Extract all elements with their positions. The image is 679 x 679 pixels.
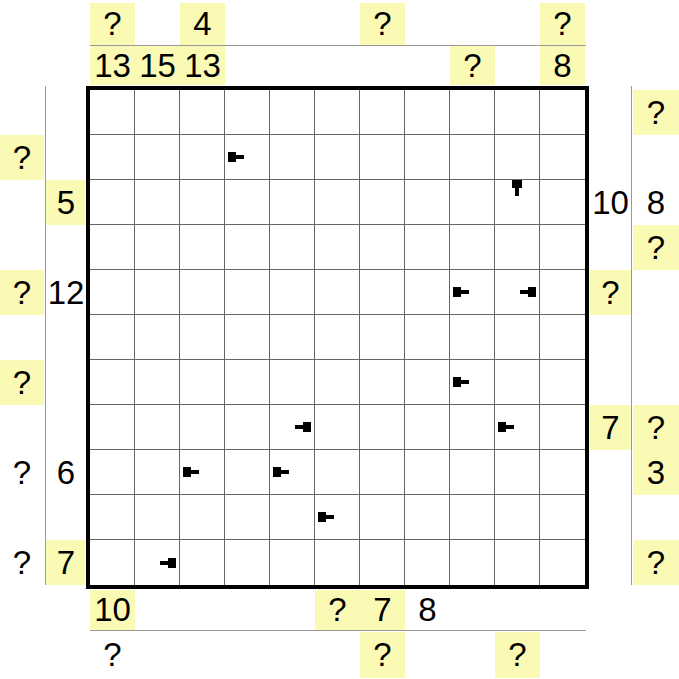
grid-cell-r1c4[interactable] <box>225 90 270 135</box>
grid-cell-r5c5[interactable] <box>270 270 315 315</box>
clue-left-outer-11: ? <box>0 540 44 585</box>
grid-cell-r3c8[interactable] <box>405 180 450 225</box>
clue-top-inner-9: ? <box>450 46 495 85</box>
arrow-left-icon <box>227 151 245 163</box>
arrow-left-icon <box>272 466 290 478</box>
grid-cell-r3c2[interactable] <box>135 180 180 225</box>
clue-right-inner-3: 10 <box>590 180 631 225</box>
grid-cell-r8c1[interactable] <box>90 405 135 450</box>
grid-cell-r2c3[interactable] <box>180 135 225 180</box>
grid-cell-r10c10[interactable] <box>495 495 540 540</box>
grid-cell-r10c11[interactable] <box>540 495 585 540</box>
puzzle-board <box>86 86 589 589</box>
grid-cell-r1c6[interactable] <box>315 90 360 135</box>
grid-cell-r9c6[interactable] <box>315 450 360 495</box>
grid-cell-r3c4[interactable] <box>225 180 270 225</box>
clue-top-inner-3: 13 <box>180 46 225 85</box>
grid-cell-r11c6[interactable] <box>315 540 360 585</box>
clue-top-outer-7: ? <box>360 3 405 45</box>
grid-cell-r5c3[interactable] <box>180 270 225 315</box>
grid-cell-r6c5[interactable] <box>270 315 315 360</box>
separator-line-left <box>45 86 46 585</box>
grid-cell-r7c1[interactable] <box>90 360 135 405</box>
clue-left-inner-9: 6 <box>46 450 86 495</box>
grid-cell-r3c7[interactable] <box>360 180 405 225</box>
clue-right-outer-3: 8 <box>633 180 679 225</box>
grid-cell-r5c4[interactable] <box>225 270 270 315</box>
clue-left-outer-2: ? <box>0 135 44 180</box>
grid-cell-r3c5[interactable] <box>270 180 315 225</box>
grid-cell-r2c11[interactable] <box>540 135 585 180</box>
grid-cell-r10c2[interactable] <box>135 495 180 540</box>
grid-cell-r7c9[interactable] <box>450 360 495 405</box>
grid-cell-r1c11[interactable] <box>540 90 585 135</box>
grid-cell-r10c7[interactable] <box>360 495 405 540</box>
clue-left-inner-3: 5 <box>46 180 86 225</box>
grid-cell-r4c2[interactable] <box>135 225 180 270</box>
arrow-up-icon <box>508 182 526 194</box>
grid-cell-r7c4[interactable] <box>225 360 270 405</box>
grid-cell-r9c1[interactable] <box>90 450 135 495</box>
grid-cell-r10c5[interactable] <box>270 495 315 540</box>
grid-cell-r1c9[interactable] <box>450 90 495 135</box>
grid-cell-r8c7[interactable] <box>360 405 405 450</box>
grid-cell-r7c11[interactable] <box>540 360 585 405</box>
arrow-left-icon <box>452 286 470 298</box>
grid-cell-r6c10[interactable] <box>495 315 540 360</box>
grid-cell-r11c3[interactable] <box>180 540 225 585</box>
grid-cell-r11c5[interactable] <box>270 540 315 585</box>
clue-left-outer-9: ? <box>0 450 44 495</box>
clue-right-outer-4: ? <box>633 225 679 270</box>
clue-left-outer-5: ? <box>0 270 44 315</box>
grid-cell-r6c11[interactable] <box>540 315 585 360</box>
grid-cell-r2c4[interactable] <box>225 135 270 180</box>
grid-cell-r6c8[interactable] <box>405 315 450 360</box>
grid-cell-r4c8[interactable] <box>405 225 450 270</box>
grid-cell-r3c10[interactable] <box>495 180 540 225</box>
grid-cell-r5c10[interactable] <box>495 270 540 315</box>
grid-cell-r8c6[interactable] <box>315 405 360 450</box>
clue-top-outer-1: ? <box>90 3 135 45</box>
grid-cell-r11c2[interactable] <box>135 540 180 585</box>
grid-cell-r11c10[interactable] <box>495 540 540 585</box>
grid-cell-r6c7[interactable] <box>360 315 405 360</box>
grid-cell-r8c8[interactable] <box>405 405 450 450</box>
grid-cell-r1c7[interactable] <box>360 90 405 135</box>
grid-cell-r1c3[interactable] <box>180 90 225 135</box>
grid-cell-r4c5[interactable] <box>270 225 315 270</box>
clue-bottom-outer-1: ? <box>90 632 135 678</box>
clue-top-outer-11: ? <box>540 3 585 45</box>
grid-cell-r2c6[interactable] <box>315 135 360 180</box>
clue-bottom-inner-1: 10 <box>90 590 135 630</box>
grid-cell-r4c7[interactable] <box>360 225 405 270</box>
clue-right-outer-9: 3 <box>633 450 679 495</box>
grid-cell-r2c9[interactable] <box>450 135 495 180</box>
grid-cell-r4c4[interactable] <box>225 225 270 270</box>
clue-left-outer-7: ? <box>0 360 44 405</box>
grid-cell-r9c9[interactable] <box>450 450 495 495</box>
grid-cell-r2c7[interactable] <box>360 135 405 180</box>
clue-top-inner-11: 8 <box>540 46 585 85</box>
grid-cell-r11c11[interactable] <box>540 540 585 585</box>
clue-right-outer-8: ? <box>633 405 679 450</box>
clue-right-outer-11: ? <box>633 540 679 585</box>
grid-cell-r2c5[interactable] <box>270 135 315 180</box>
grid-cell-r9c2[interactable] <box>135 450 180 495</box>
grid-cell-r2c10[interactable] <box>495 135 540 180</box>
grid-cell-r9c8[interactable] <box>405 450 450 495</box>
grid-cell-r3c6[interactable] <box>315 180 360 225</box>
clue-bottom-inner-6: ? <box>315 590 360 630</box>
grid-cell-r10c1[interactable] <box>90 495 135 540</box>
grid-cell-r10c6[interactable] <box>315 495 360 540</box>
grid-cell-r7c2[interactable] <box>135 360 180 405</box>
grid-cell-r7c3[interactable] <box>180 360 225 405</box>
grid-cell-r7c8[interactable] <box>405 360 450 405</box>
separator-line-top <box>90 45 586 46</box>
grid-cell-r1c2[interactable] <box>135 90 180 135</box>
grid-cell-r8c3[interactable] <box>180 405 225 450</box>
clue-left-inner-5: 12 <box>46 270 86 315</box>
arrow-right-icon <box>159 557 177 569</box>
grid-cell-r1c5[interactable] <box>270 90 315 135</box>
grid-cell-r1c8[interactable] <box>405 90 450 135</box>
grid-cell-r5c9[interactable] <box>450 270 495 315</box>
grid-cell-r8c4[interactable] <box>225 405 270 450</box>
grid-cell-r9c7[interactable] <box>360 450 405 495</box>
separator-line-bottom <box>90 630 586 631</box>
grid-cell-r10c9[interactable] <box>450 495 495 540</box>
arrow-left-icon <box>317 511 335 523</box>
grid-cell-r5c11[interactable] <box>540 270 585 315</box>
grid-cell-r3c1[interactable] <box>90 180 135 225</box>
grid-cell-r2c1[interactable] <box>90 135 135 180</box>
grid-cell-r6c6[interactable] <box>315 315 360 360</box>
grid-cell-r3c3[interactable] <box>180 180 225 225</box>
grid-cell-r6c1[interactable] <box>90 315 135 360</box>
clue-left-inner-11: 7 <box>46 540 86 585</box>
grid-cell-r3c9[interactable] <box>450 180 495 225</box>
arrow-left-icon <box>452 376 470 388</box>
grid-cell-r9c5[interactable] <box>270 450 315 495</box>
grid-cell-r1c1[interactable] <box>90 90 135 135</box>
grid-cell-r7c5[interactable] <box>270 360 315 405</box>
arrow-right-icon <box>519 286 537 298</box>
grid-cell-r5c6[interactable] <box>315 270 360 315</box>
grid-cell-r4c9[interactable] <box>450 225 495 270</box>
grid-cell-r9c10[interactable] <box>495 450 540 495</box>
grid-cell-r9c3[interactable] <box>180 450 225 495</box>
grid-cell-r1c10[interactable] <box>495 90 540 135</box>
clue-top-inner-2: 15 <box>135 46 180 85</box>
clue-bottom-outer-10: ? <box>495 632 540 678</box>
grid-cell-r9c4[interactable] <box>225 450 270 495</box>
grid-cell-r8c5[interactable] <box>270 405 315 450</box>
grid-cell-r7c10[interactable] <box>495 360 540 405</box>
separator-line-right <box>631 86 632 585</box>
grid-cell-r9c11[interactable] <box>540 450 585 495</box>
grid-cell-r11c8[interactable] <box>405 540 450 585</box>
grid-cell-r7c7[interactable] <box>360 360 405 405</box>
grid-cell-r4c11[interactable] <box>540 225 585 270</box>
arrow-left-icon <box>497 421 515 433</box>
grid-cell-r10c4[interactable] <box>225 495 270 540</box>
grid-cell-r4c6[interactable] <box>315 225 360 270</box>
clue-right-inner-5: ? <box>590 270 631 315</box>
grid-cell-r11c9[interactable] <box>450 540 495 585</box>
clue-bottom-inner-7: 7 <box>360 590 405 630</box>
grid-cell-r4c1[interactable] <box>90 225 135 270</box>
grid-cell-r8c2[interactable] <box>135 405 180 450</box>
clue-top-inner-1: 13 <box>90 46 135 85</box>
grid-cell-r8c11[interactable] <box>540 405 585 450</box>
grid-cell-r6c4[interactable] <box>225 315 270 360</box>
clue-bottom-outer-7: ? <box>360 632 405 678</box>
grid-cell-r5c1[interactable] <box>90 270 135 315</box>
grid-cell-r10c8[interactable] <box>405 495 450 540</box>
grid-cell-r3c11[interactable] <box>540 180 585 225</box>
puzzle-page: ?4??131513?810?78????????5126710?7?8??3? <box>0 0 679 679</box>
clue-top-outer-3: 4 <box>180 3 225 45</box>
grid-cell-r10c3[interactable] <box>180 495 225 540</box>
arrow-right-icon <box>294 421 312 433</box>
grid-cell-r6c2[interactable] <box>135 315 180 360</box>
grid-cell-r4c3[interactable] <box>180 225 225 270</box>
grid-cell-r6c9[interactable] <box>450 315 495 360</box>
grid-cell-r11c4[interactable] <box>225 540 270 585</box>
clue-right-inner-8: 7 <box>590 405 631 450</box>
grid-cell-r2c8[interactable] <box>405 135 450 180</box>
grid-cell-r8c10[interactable] <box>495 405 540 450</box>
grid-cell-r5c7[interactable] <box>360 270 405 315</box>
clue-right-outer-1: ? <box>633 90 679 135</box>
arrow-left-icon <box>182 466 200 478</box>
clue-bottom-inner-8: 8 <box>405 590 450 630</box>
grid-cell-r5c2[interactable] <box>135 270 180 315</box>
grid-cell-r11c7[interactable] <box>360 540 405 585</box>
grid-cell-r2c2[interactable] <box>135 135 180 180</box>
grid-cell-r7c6[interactable] <box>315 360 360 405</box>
grid-cell-r11c1[interactable] <box>90 540 135 585</box>
grid-cell-r6c3[interactable] <box>180 315 225 360</box>
grid-cell-r4c10[interactable] <box>495 225 540 270</box>
grid-cell-r8c9[interactable] <box>450 405 495 450</box>
grid-cell-r5c8[interactable] <box>405 270 450 315</box>
